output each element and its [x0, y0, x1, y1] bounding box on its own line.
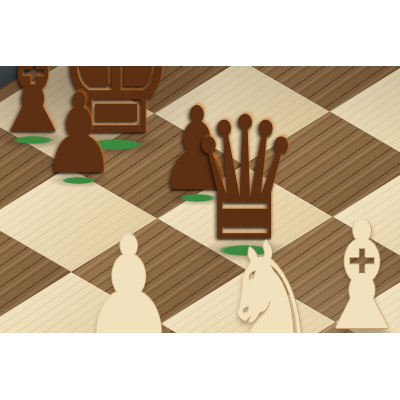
photo-band: ♝♚♟♟♛♟♞♝: [0, 66, 400, 333]
white-pawn: ♟: [80, 217, 178, 333]
white-bishop: ♝: [312, 201, 400, 333]
chess-photo-page: ♝♚♟♟♛♟♞♝: [0, 0, 400, 400]
white-knight: ♞: [220, 223, 321, 333]
black-pawn: ♟: [42, 79, 116, 189]
